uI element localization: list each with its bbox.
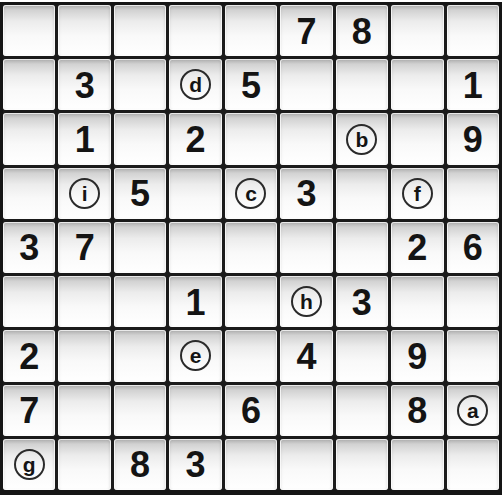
cell-r1c9[interactable] bbox=[447, 5, 499, 56]
cell-r4c5[interactable]: c bbox=[225, 168, 277, 219]
cell-r4c7[interactable] bbox=[336, 168, 388, 219]
cell-r7c1[interactable]: 2 bbox=[3, 330, 55, 381]
given-digit: 7 bbox=[19, 393, 39, 429]
cell-r8c1[interactable]: 7 bbox=[3, 385, 55, 436]
given-digit: 2 bbox=[19, 339, 39, 375]
cell-r4c1[interactable] bbox=[3, 168, 55, 219]
given-digit: 8 bbox=[352, 14, 372, 50]
cell-r6c8[interactable] bbox=[391, 276, 443, 327]
given-digit: 3 bbox=[296, 176, 316, 212]
given-digit: 3 bbox=[75, 68, 95, 104]
cell-r5c3[interactable] bbox=[114, 222, 166, 273]
cell-r6c3[interactable] bbox=[114, 276, 166, 327]
cell-r9c8[interactable] bbox=[391, 439, 443, 490]
cell-r5c1[interactable]: 3 bbox=[3, 222, 55, 273]
cell-r3c4[interactable]: 2 bbox=[169, 113, 221, 164]
cell-r8c2[interactable] bbox=[58, 385, 110, 436]
cell-r3c9[interactable]: 9 bbox=[447, 113, 499, 164]
cell-r5c6[interactable] bbox=[280, 222, 332, 273]
cell-r8c7[interactable] bbox=[336, 385, 388, 436]
given-digit: 3 bbox=[352, 285, 372, 321]
cell-r9c9[interactable] bbox=[447, 439, 499, 490]
cell-r1c1[interactable] bbox=[3, 5, 55, 56]
given-digit: 9 bbox=[407, 339, 427, 375]
cell-r8c5[interactable]: 6 bbox=[225, 385, 277, 436]
circled-letter-d: d bbox=[180, 69, 211, 100]
given-digit: 5 bbox=[241, 68, 261, 104]
cell-r4c3[interactable]: 5 bbox=[114, 168, 166, 219]
cell-r5c5[interactable] bbox=[225, 222, 277, 273]
given-digit: 6 bbox=[463, 230, 483, 266]
cell-r2c4[interactable]: d bbox=[169, 59, 221, 110]
circled-letter-e: e bbox=[180, 340, 211, 371]
cell-r2c2[interactable]: 3 bbox=[58, 59, 110, 110]
circled-letter-h: h bbox=[291, 286, 322, 317]
cell-r8c3[interactable] bbox=[114, 385, 166, 436]
cell-r7c4[interactable]: e bbox=[169, 330, 221, 381]
cell-r7c5[interactable] bbox=[225, 330, 277, 381]
given-digit: 9 bbox=[463, 122, 483, 158]
cell-r1c8[interactable] bbox=[391, 5, 443, 56]
circled-letter-g: g bbox=[14, 449, 45, 480]
cell-r4c9[interactable] bbox=[447, 168, 499, 219]
cell-r9c2[interactable] bbox=[58, 439, 110, 490]
sudoku-screenshot: 783d5112b9i5c3f37261h32e49768ag83 bbox=[0, 0, 502, 497]
cell-r6c7[interactable]: 3 bbox=[336, 276, 388, 327]
cell-r7c2[interactable] bbox=[58, 330, 110, 381]
sudoku-board: 783d5112b9i5c3f37261h32e49768ag83 bbox=[0, 2, 502, 495]
given-digit: 1 bbox=[75, 122, 95, 158]
cell-r7c3[interactable] bbox=[114, 330, 166, 381]
given-digit: 2 bbox=[407, 230, 427, 266]
cell-r3c3[interactable] bbox=[114, 113, 166, 164]
cell-r2c6[interactable] bbox=[280, 59, 332, 110]
circled-letter-f: f bbox=[402, 178, 433, 209]
given-digit: 1 bbox=[463, 68, 483, 104]
cell-r3c8[interactable] bbox=[391, 113, 443, 164]
given-digit: 5 bbox=[130, 176, 150, 212]
cell-r7c9[interactable] bbox=[447, 330, 499, 381]
given-digit: 8 bbox=[407, 393, 427, 429]
cell-r1c3[interactable] bbox=[114, 5, 166, 56]
cell-r6c5[interactable] bbox=[225, 276, 277, 327]
given-digit: 1 bbox=[186, 285, 206, 321]
cell-r1c4[interactable] bbox=[169, 5, 221, 56]
cell-r5c2[interactable]: 7 bbox=[58, 222, 110, 273]
cell-r3c1[interactable] bbox=[3, 113, 55, 164]
cell-r9c5[interactable] bbox=[225, 439, 277, 490]
given-digit: 7 bbox=[296, 14, 316, 50]
cell-r2c9[interactable]: 1 bbox=[447, 59, 499, 110]
given-digit: 3 bbox=[19, 230, 39, 266]
circled-letter-b: b bbox=[346, 124, 377, 155]
cell-r7c7[interactable] bbox=[336, 330, 388, 381]
cell-r3c6[interactable] bbox=[280, 113, 332, 164]
given-digit: 2 bbox=[186, 122, 206, 158]
cell-r6c1[interactable] bbox=[3, 276, 55, 327]
cell-r3c2[interactable]: 1 bbox=[58, 113, 110, 164]
given-digit: 4 bbox=[296, 339, 316, 375]
cell-r9c3[interactable]: 8 bbox=[114, 439, 166, 490]
cell-r8c9[interactable]: a bbox=[447, 385, 499, 436]
given-digit: 8 bbox=[130, 447, 150, 483]
given-digit: 3 bbox=[186, 447, 206, 483]
cell-r5c8[interactable]: 2 bbox=[391, 222, 443, 273]
cell-r6c2[interactable] bbox=[58, 276, 110, 327]
circled-letter-c: c bbox=[235, 178, 266, 209]
cell-r2c8[interactable] bbox=[391, 59, 443, 110]
cell-r9c6[interactable] bbox=[280, 439, 332, 490]
cell-r1c5[interactable] bbox=[225, 5, 277, 56]
cell-r5c7[interactable] bbox=[336, 222, 388, 273]
cell-r3c5[interactable] bbox=[225, 113, 277, 164]
cell-r6c4[interactable]: 1 bbox=[169, 276, 221, 327]
cell-r9c1[interactable]: g bbox=[3, 439, 55, 490]
cell-r8c4[interactable] bbox=[169, 385, 221, 436]
cell-r8c6[interactable] bbox=[280, 385, 332, 436]
cell-r6c6[interactable]: h bbox=[280, 276, 332, 327]
cell-r4c2[interactable]: i bbox=[58, 168, 110, 219]
cell-r2c7[interactable] bbox=[336, 59, 388, 110]
cell-r3c7[interactable]: b bbox=[336, 113, 388, 164]
cell-r5c4[interactable] bbox=[169, 222, 221, 273]
cell-r1c6[interactable]: 7 bbox=[280, 5, 332, 56]
given-digit: 6 bbox=[241, 393, 261, 429]
cell-r9c4[interactable]: 3 bbox=[169, 439, 221, 490]
given-digit: 7 bbox=[75, 230, 95, 266]
cell-r9c7[interactable] bbox=[336, 439, 388, 490]
cell-r2c1[interactable] bbox=[3, 59, 55, 110]
cell-r7c6[interactable]: 4 bbox=[280, 330, 332, 381]
cell-r1c7[interactable]: 8 bbox=[336, 5, 388, 56]
cell-r2c3[interactable] bbox=[114, 59, 166, 110]
cell-r5c9[interactable]: 6 bbox=[447, 222, 499, 273]
circled-letter-i: i bbox=[69, 178, 100, 209]
cell-r2c5[interactable]: 5 bbox=[225, 59, 277, 110]
cell-r6c9[interactable] bbox=[447, 276, 499, 327]
cell-r4c6[interactable]: 3 bbox=[280, 168, 332, 219]
cell-r7c8[interactable]: 9 bbox=[391, 330, 443, 381]
cell-r4c4[interactable] bbox=[169, 168, 221, 219]
cell-r1c2[interactable] bbox=[58, 5, 110, 56]
cell-r8c8[interactable]: 8 bbox=[391, 385, 443, 436]
circled-letter-a: a bbox=[457, 395, 488, 426]
cell-r4c8[interactable]: f bbox=[391, 168, 443, 219]
